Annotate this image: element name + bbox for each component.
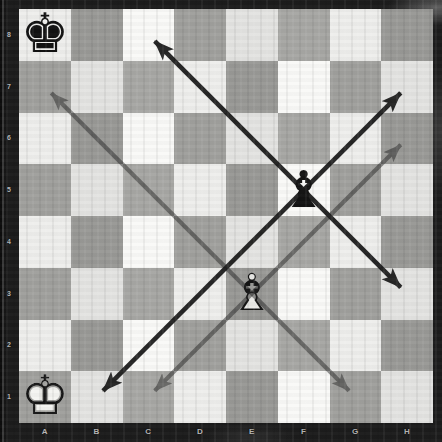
square-h8 <box>381 9 433 61</box>
file-label-h: H <box>381 424 433 442</box>
square-f8 <box>278 9 330 61</box>
square-f1 <box>278 371 330 423</box>
file-label-g: G <box>330 424 382 442</box>
square-f4 <box>278 216 330 268</box>
chess-board: ♚♝♝♗♚♔ <box>19 9 433 423</box>
square-f2 <box>278 320 330 372</box>
square-d3 <box>174 268 226 320</box>
square-a1: ♚♔ <box>19 371 71 423</box>
file-label-f: F <box>278 424 330 442</box>
black-bishop: ♝ <box>278 164 330 216</box>
square-e7 <box>226 61 278 113</box>
rank-label-1: 1 <box>0 393 18 400</box>
square-e8 <box>226 9 278 61</box>
square-c4 <box>123 216 175 268</box>
file-label-d: D <box>174 424 226 442</box>
square-d4 <box>174 216 226 268</box>
white-king-outline: ♔ <box>19 370 71 422</box>
rank-label-4: 4 <box>0 238 18 245</box>
square-f3 <box>278 268 330 320</box>
square-e4 <box>226 216 278 268</box>
square-d2 <box>174 320 226 372</box>
square-c2 <box>123 320 175 372</box>
white-bishop: ♝♗ <box>226 268 278 320</box>
square-c3 <box>123 268 175 320</box>
square-b5 <box>71 164 123 216</box>
square-f7 <box>278 61 330 113</box>
square-h3 <box>381 268 433 320</box>
square-a6 <box>19 113 71 165</box>
square-d6 <box>174 113 226 165</box>
square-h4 <box>381 216 433 268</box>
square-e2 <box>226 320 278 372</box>
file-label-c: C <box>123 424 175 442</box>
square-g5 <box>330 164 382 216</box>
square-f5: ♝ <box>278 164 330 216</box>
square-g4 <box>330 216 382 268</box>
square-d1 <box>174 371 226 423</box>
square-f6 <box>278 113 330 165</box>
square-h2 <box>381 320 433 372</box>
square-b8 <box>71 9 123 61</box>
square-c5 <box>123 164 175 216</box>
rank-label-6: 6 <box>0 134 18 141</box>
square-b2 <box>71 320 123 372</box>
square-g3 <box>330 268 382 320</box>
square-g8 <box>330 9 382 61</box>
rank-label-3: 3 <box>0 290 18 297</box>
square-c1 <box>123 371 175 423</box>
square-g7 <box>330 61 382 113</box>
square-h5 <box>381 164 433 216</box>
chess-diagram: ♚♝♝♗♚♔ 87654321ABCDEFGH <box>0 0 442 442</box>
square-b1 <box>71 371 123 423</box>
black-king-glyph: ♚ <box>19 8 71 60</box>
square-g6 <box>330 113 382 165</box>
white-king: ♚♔ <box>19 371 71 423</box>
black-king: ♚ <box>19 9 71 61</box>
square-d5 <box>174 164 226 216</box>
square-h6 <box>381 113 433 165</box>
file-label-e: E <box>226 424 278 442</box>
square-b7 <box>71 61 123 113</box>
square-e1 <box>226 371 278 423</box>
square-a4 <box>19 216 71 268</box>
square-c8 <box>123 9 175 61</box>
square-d7 <box>174 61 226 113</box>
square-e5 <box>226 164 278 216</box>
square-b4 <box>71 216 123 268</box>
black-bishop-glyph: ♝ <box>278 163 330 215</box>
square-e3: ♝♗ <box>226 268 278 320</box>
square-a8: ♚ <box>19 9 71 61</box>
square-b3 <box>71 268 123 320</box>
square-a7 <box>19 61 71 113</box>
square-g2 <box>330 320 382 372</box>
rank-label-7: 7 <box>0 83 18 90</box>
white-bishop-outline: ♗ <box>226 267 278 319</box>
rank-label-8: 8 <box>0 31 18 38</box>
square-c7 <box>123 61 175 113</box>
rank-label-5: 5 <box>0 186 18 193</box>
square-a5 <box>19 164 71 216</box>
square-a3 <box>19 268 71 320</box>
square-e6 <box>226 113 278 165</box>
square-b6 <box>71 113 123 165</box>
square-c6 <box>123 113 175 165</box>
square-d8 <box>174 9 226 61</box>
rank-label-2: 2 <box>0 341 18 348</box>
file-label-b: B <box>71 424 123 442</box>
square-h1 <box>381 371 433 423</box>
square-h7 <box>381 61 433 113</box>
square-g1 <box>330 371 382 423</box>
